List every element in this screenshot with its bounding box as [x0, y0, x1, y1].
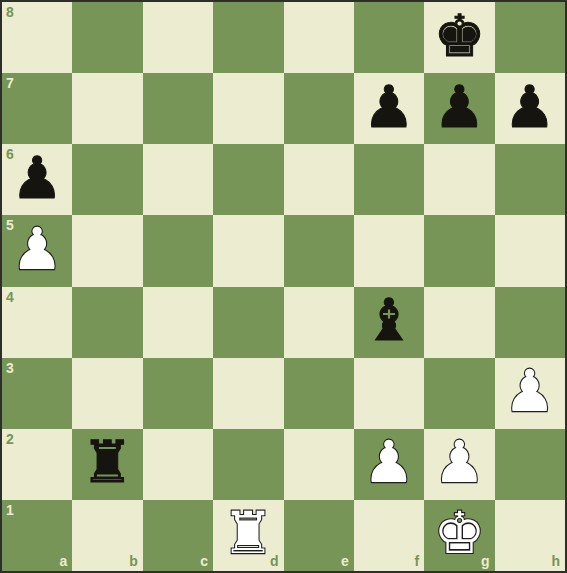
square-f5[interactable]	[354, 215, 424, 286]
square-h2[interactable]	[495, 429, 565, 500]
file-label-f: f	[415, 554, 420, 568]
square-e3[interactable]	[284, 358, 354, 429]
square-a2[interactable]: 2	[2, 429, 72, 500]
rank-label-8: 8	[6, 5, 14, 19]
square-c6[interactable]	[143, 144, 213, 215]
piece-black-king[interactable]: ♚	[433, 7, 485, 65]
square-d8[interactable]	[213, 2, 283, 73]
square-e1[interactable]: e	[284, 500, 354, 571]
square-f3[interactable]	[354, 358, 424, 429]
square-a4[interactable]: 4	[2, 287, 72, 358]
square-b8[interactable]	[72, 2, 142, 73]
square-f4[interactable]: ♝	[354, 287, 424, 358]
square-c7[interactable]	[143, 73, 213, 144]
piece-white-king[interactable]: ♚	[433, 504, 485, 562]
square-g2[interactable]: ♟	[424, 429, 494, 500]
square-h6[interactable]	[495, 144, 565, 215]
square-c1[interactable]: c	[143, 500, 213, 571]
piece-white-rook[interactable]: ♜	[222, 504, 274, 562]
square-f6[interactable]	[354, 144, 424, 215]
file-label-b: b	[129, 554, 138, 568]
square-e8[interactable]	[284, 2, 354, 73]
file-label-h: h	[551, 554, 560, 568]
square-d2[interactable]	[213, 429, 283, 500]
piece-black-pawn[interactable]: ♟	[504, 78, 556, 136]
square-b1[interactable]: b	[72, 500, 142, 571]
piece-black-bishop[interactable]: ♝	[363, 291, 415, 349]
square-g3[interactable]	[424, 358, 494, 429]
square-a5[interactable]: 5♟	[2, 215, 72, 286]
file-label-a: a	[60, 554, 68, 568]
square-g8[interactable]: ♚	[424, 2, 494, 73]
square-b7[interactable]	[72, 73, 142, 144]
square-f1[interactable]: f	[354, 500, 424, 571]
square-b5[interactable]	[72, 215, 142, 286]
square-e2[interactable]	[284, 429, 354, 500]
chess-board: 8♚7♟♟♟6♟5♟4♝3♟2♜♟♟1abcd♜efg♚h	[0, 0, 567, 573]
square-h5[interactable]	[495, 215, 565, 286]
square-e7[interactable]	[284, 73, 354, 144]
square-h3[interactable]: ♟	[495, 358, 565, 429]
rank-label-3: 3	[6, 361, 14, 375]
piece-black-pawn[interactable]: ♟	[11, 149, 63, 207]
square-c5[interactable]	[143, 215, 213, 286]
piece-black-pawn[interactable]: ♟	[433, 78, 485, 136]
square-b2[interactable]: ♜	[72, 429, 142, 500]
square-a8[interactable]: 8	[2, 2, 72, 73]
piece-white-pawn[interactable]: ♟	[433, 433, 485, 491]
square-b4[interactable]	[72, 287, 142, 358]
square-d1[interactable]: d♜	[213, 500, 283, 571]
square-a1[interactable]: 1a	[2, 500, 72, 571]
square-g4[interactable]	[424, 287, 494, 358]
file-label-c: c	[200, 554, 208, 568]
square-d5[interactable]	[213, 215, 283, 286]
square-d7[interactable]	[213, 73, 283, 144]
rank-label-1: 1	[6, 503, 14, 517]
square-h7[interactable]: ♟	[495, 73, 565, 144]
square-g6[interactable]	[424, 144, 494, 215]
square-c8[interactable]	[143, 2, 213, 73]
square-g5[interactable]	[424, 215, 494, 286]
square-h1[interactable]: h	[495, 500, 565, 571]
square-b6[interactable]	[72, 144, 142, 215]
square-b3[interactable]	[72, 358, 142, 429]
square-c2[interactable]	[143, 429, 213, 500]
square-g7[interactable]: ♟	[424, 73, 494, 144]
rank-label-7: 7	[6, 76, 14, 90]
square-g1[interactable]: g♚	[424, 500, 494, 571]
square-d4[interactable]	[213, 287, 283, 358]
piece-white-pawn[interactable]: ♟	[363, 433, 415, 491]
piece-black-rook[interactable]: ♜	[82, 433, 134, 491]
square-h4[interactable]	[495, 287, 565, 358]
square-c4[interactable]	[143, 287, 213, 358]
piece-white-pawn[interactable]: ♟	[11, 220, 63, 278]
square-e5[interactable]	[284, 215, 354, 286]
square-d3[interactable]	[213, 358, 283, 429]
square-h8[interactable]	[495, 2, 565, 73]
square-d6[interactable]	[213, 144, 283, 215]
square-f2[interactable]: ♟	[354, 429, 424, 500]
square-a3[interactable]: 3	[2, 358, 72, 429]
square-e6[interactable]	[284, 144, 354, 215]
square-f8[interactable]	[354, 2, 424, 73]
square-e4[interactable]	[284, 287, 354, 358]
file-label-e: e	[341, 554, 349, 568]
square-a7[interactable]: 7	[2, 73, 72, 144]
piece-white-pawn[interactable]: ♟	[504, 362, 556, 420]
square-c3[interactable]	[143, 358, 213, 429]
square-a6[interactable]: 6♟	[2, 144, 72, 215]
piece-black-pawn[interactable]: ♟	[363, 78, 415, 136]
square-f7[interactable]: ♟	[354, 73, 424, 144]
rank-label-4: 4	[6, 290, 14, 304]
rank-label-2: 2	[6, 432, 14, 446]
